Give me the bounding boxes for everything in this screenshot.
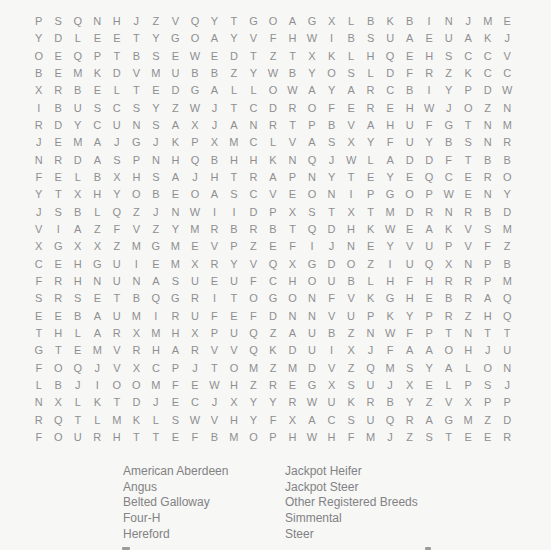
grid-cell[interactable]: B: [497, 255, 517, 272]
grid-cell[interactable]: Y: [302, 65, 322, 82]
grid-cell[interactable]: V: [244, 30, 264, 47]
grid-cell[interactable]: Y: [419, 359, 439, 376]
grid-cell[interactable]: M: [146, 325, 166, 342]
grid-cell[interactable]: I: [380, 255, 400, 272]
grid-cell[interactable]: B: [205, 65, 225, 82]
grid-cell[interactable]: I: [146, 307, 166, 324]
grid-cell[interactable]: O: [185, 186, 205, 203]
grid-cell[interactable]: J: [478, 342, 498, 359]
grid-cell[interactable]: Q: [68, 13, 88, 30]
grid-cell[interactable]: B: [49, 100, 69, 117]
grid-cell[interactable]: S: [166, 273, 186, 290]
grid-cell[interactable]: Z: [341, 359, 361, 376]
grid-cell[interactable]: M: [107, 411, 127, 428]
grid-cell[interactable]: J: [146, 394, 166, 411]
grid-cell[interactable]: B: [205, 429, 225, 446]
grid-cell[interactable]: E: [341, 100, 361, 117]
grid-cell[interactable]: I: [322, 30, 342, 47]
grid-cell[interactable]: Y: [244, 394, 264, 411]
grid-cell[interactable]: H: [283, 273, 303, 290]
grid-cell[interactable]: Y: [244, 65, 264, 82]
grid-cell[interactable]: S: [49, 204, 69, 221]
grid-cell[interactable]: K: [263, 152, 283, 169]
grid-cell[interactable]: K: [361, 290, 381, 307]
grid-cell[interactable]: J: [146, 204, 166, 221]
grid-cell[interactable]: U: [302, 325, 322, 342]
grid-cell[interactable]: N: [88, 13, 108, 30]
grid-cell[interactable]: E: [419, 30, 439, 47]
grid-cell[interactable]: O: [263, 82, 283, 99]
grid-cell[interactable]: R: [88, 429, 108, 446]
grid-cell[interactable]: R: [49, 82, 69, 99]
grid-cell[interactable]: X: [107, 169, 127, 186]
grid-cell[interactable]: V: [244, 255, 264, 272]
grid-cell[interactable]: T: [127, 82, 147, 99]
grid-cell[interactable]: L: [361, 65, 381, 82]
grid-cell[interactable]: F: [341, 429, 361, 446]
grid-cell[interactable]: Y: [29, 186, 49, 203]
grid-cell[interactable]: T: [224, 13, 244, 30]
grid-cell[interactable]: O: [49, 359, 69, 376]
grid-cell[interactable]: J: [322, 238, 342, 255]
grid-cell[interactable]: C: [185, 394, 205, 411]
grid-cell[interactable]: M: [244, 359, 264, 376]
grid-cell[interactable]: N: [127, 117, 147, 134]
grid-cell[interactable]: S: [107, 152, 127, 169]
grid-cell[interactable]: N: [29, 394, 49, 411]
grid-cell[interactable]: G: [302, 377, 322, 394]
grid-cell[interactable]: D: [322, 221, 342, 238]
grid-cell[interactable]: O: [224, 359, 244, 376]
grid-cell[interactable]: X: [341, 134, 361, 151]
grid-cell[interactable]: U: [166, 65, 186, 82]
grid-cell[interactable]: W: [341, 152, 361, 169]
grid-cell[interactable]: E: [361, 238, 381, 255]
grid-cell[interactable]: L: [341, 48, 361, 65]
grid-cell[interactable]: Y: [244, 411, 264, 428]
grid-cell[interactable]: H: [88, 186, 108, 203]
grid-cell[interactable]: N: [497, 100, 517, 117]
grid-cell[interactable]: S: [458, 134, 478, 151]
grid-cell[interactable]: L: [68, 169, 88, 186]
grid-cell[interactable]: M: [478, 13, 498, 30]
grid-cell[interactable]: K: [439, 221, 459, 238]
grid-cell[interactable]: K: [322, 48, 342, 65]
grid-cell[interactable]: X: [283, 204, 303, 221]
grid-cell[interactable]: J: [29, 134, 49, 151]
grid-cell[interactable]: I: [49, 221, 69, 238]
grid-cell[interactable]: F: [29, 429, 49, 446]
grid-cell[interactable]: E: [263, 238, 283, 255]
grid-cell[interactable]: U: [361, 377, 381, 394]
grid-cell[interactable]: Y: [68, 117, 88, 134]
grid-cell[interactable]: A: [478, 290, 498, 307]
grid-cell[interactable]: Q: [419, 255, 439, 272]
grid-cell[interactable]: R: [205, 221, 225, 238]
grid-cell[interactable]: X: [185, 255, 205, 272]
grid-cell[interactable]: Y: [146, 100, 166, 117]
grid-cell[interactable]: X: [68, 186, 88, 203]
grid-cell[interactable]: O: [302, 186, 322, 203]
grid-cell[interactable]: B: [322, 117, 342, 134]
grid-cell[interactable]: V: [107, 359, 127, 376]
grid-cell[interactable]: F: [244, 307, 264, 324]
grid-cell[interactable]: A: [283, 13, 303, 30]
grid-cell[interactable]: G: [263, 290, 283, 307]
grid-cell[interactable]: R: [458, 273, 478, 290]
grid-cell[interactable]: E: [68, 342, 88, 359]
grid-cell[interactable]: W: [302, 429, 322, 446]
grid-cell[interactable]: C: [107, 100, 127, 117]
grid-cell[interactable]: V: [205, 411, 225, 428]
grid-cell[interactable]: W: [185, 411, 205, 428]
grid-cell[interactable]: H: [224, 377, 244, 394]
grid-cell[interactable]: O: [458, 100, 478, 117]
grid-cell[interactable]: E: [166, 429, 186, 446]
grid-cell[interactable]: N: [146, 152, 166, 169]
grid-cell[interactable]: S: [166, 411, 186, 428]
grid-cell[interactable]: O: [127, 186, 147, 203]
grid-cell[interactable]: H: [68, 255, 88, 272]
grid-cell[interactable]: F: [322, 290, 342, 307]
grid-cell[interactable]: V: [341, 290, 361, 307]
grid-cell[interactable]: W: [380, 221, 400, 238]
grid-cell[interactable]: L: [68, 325, 88, 342]
grid-cell[interactable]: R: [439, 307, 459, 324]
grid-cell[interactable]: B: [263, 221, 283, 238]
grid-cell[interactable]: P: [497, 394, 517, 411]
grid-cell[interactable]: A: [439, 359, 459, 376]
grid-cell[interactable]: P: [458, 377, 478, 394]
grid-cell[interactable]: C: [458, 48, 478, 65]
grid-cell[interactable]: S: [419, 429, 439, 446]
grid-cell[interactable]: N: [244, 117, 264, 134]
grid-cell[interactable]: M: [458, 411, 478, 428]
grid-cell[interactable]: V: [107, 342, 127, 359]
grid-cell[interactable]: P: [302, 117, 322, 134]
grid-cell[interactable]: C: [88, 117, 108, 134]
grid-cell[interactable]: H: [205, 169, 225, 186]
grid-cell[interactable]: E: [146, 255, 166, 272]
grid-cell[interactable]: Q: [361, 359, 381, 376]
grid-cell[interactable]: R: [458, 290, 478, 307]
grid-cell[interactable]: S: [361, 30, 381, 47]
grid-cell[interactable]: N: [341, 238, 361, 255]
grid-cell[interactable]: D: [127, 394, 147, 411]
grid-cell[interactable]: O: [107, 377, 127, 394]
grid-cell[interactable]: Z: [439, 65, 459, 82]
grid-cell[interactable]: Q: [68, 48, 88, 65]
grid-cell[interactable]: A: [419, 411, 439, 428]
grid-cell[interactable]: X: [49, 394, 69, 411]
grid-cell[interactable]: P: [478, 255, 498, 272]
grid-cell[interactable]: A: [224, 117, 244, 134]
grid-cell[interactable]: O: [29, 48, 49, 65]
grid-cell[interactable]: O: [439, 342, 459, 359]
grid-cell[interactable]: T: [322, 204, 342, 221]
grid-cell[interactable]: L: [361, 152, 381, 169]
grid-cell[interactable]: K: [88, 394, 108, 411]
grid-cell[interactable]: V: [127, 65, 147, 82]
grid-cell[interactable]: O: [127, 377, 147, 394]
grid-cell[interactable]: T: [478, 325, 498, 342]
grid-cell[interactable]: R: [263, 377, 283, 394]
grid-cell[interactable]: A: [419, 221, 439, 238]
grid-cell[interactable]: E: [380, 100, 400, 117]
grid-cell[interactable]: U: [107, 307, 127, 324]
grid-cell[interactable]: B: [341, 30, 361, 47]
grid-cell[interactable]: G: [185, 82, 205, 99]
grid-cell[interactable]: L: [263, 134, 283, 151]
grid-cell[interactable]: V: [322, 359, 342, 376]
grid-cell[interactable]: Z: [341, 325, 361, 342]
grid-cell[interactable]: N: [88, 273, 108, 290]
grid-cell[interactable]: Q: [185, 13, 205, 30]
grid-cell[interactable]: G: [302, 255, 322, 272]
grid-cell[interactable]: T: [29, 325, 49, 342]
grid-cell[interactable]: R: [185, 290, 205, 307]
grid-cell[interactable]: E: [88, 30, 108, 47]
grid-cell[interactable]: Z: [478, 100, 498, 117]
grid-cell[interactable]: D: [283, 342, 303, 359]
grid-cell[interactable]: T: [458, 152, 478, 169]
grid-cell[interactable]: D: [497, 204, 517, 221]
grid-cell[interactable]: P: [419, 186, 439, 203]
grid-cell[interactable]: J: [146, 134, 166, 151]
grid-cell[interactable]: I: [302, 238, 322, 255]
grid-cell[interactable]: F: [322, 100, 342, 117]
grid-cell[interactable]: R: [263, 117, 283, 134]
grid-cell[interactable]: N: [458, 325, 478, 342]
grid-cell[interactable]: B: [29, 65, 49, 82]
grid-cell[interactable]: V: [400, 238, 420, 255]
grid-cell[interactable]: E: [49, 169, 69, 186]
grid-cell[interactable]: J: [185, 169, 205, 186]
grid-cell[interactable]: J: [205, 117, 225, 134]
grid-cell[interactable]: R: [29, 117, 49, 134]
grid-cell[interactable]: E: [458, 186, 478, 203]
grid-cell[interactable]: H: [49, 325, 69, 342]
grid-cell[interactable]: B: [68, 204, 88, 221]
grid-cell[interactable]: T: [127, 429, 147, 446]
grid-cell[interactable]: T: [107, 394, 127, 411]
grid-cell[interactable]: U: [185, 273, 205, 290]
grid-cell[interactable]: I: [29, 100, 49, 117]
grid-cell[interactable]: I: [88, 377, 108, 394]
grid-cell[interactable]: F: [185, 429, 205, 446]
grid-cell[interactable]: N: [439, 13, 459, 30]
grid-cell[interactable]: T: [224, 169, 244, 186]
grid-cell[interactable]: Q: [49, 411, 69, 428]
grid-cell[interactable]: Z: [497, 238, 517, 255]
grid-cell[interactable]: X: [322, 13, 342, 30]
grid-cell[interactable]: M: [127, 307, 147, 324]
grid-cell[interactable]: S: [68, 290, 88, 307]
grid-cell[interactable]: Y: [322, 82, 342, 99]
grid-cell[interactable]: B: [497, 152, 517, 169]
grid-cell[interactable]: A: [341, 82, 361, 99]
grid-cell[interactable]: U: [419, 238, 439, 255]
grid-cell[interactable]: Y: [322, 169, 342, 186]
grid-cell[interactable]: U: [400, 134, 420, 151]
grid-cell[interactable]: F: [29, 169, 49, 186]
grid-cell[interactable]: Q: [497, 290, 517, 307]
grid-cell[interactable]: E: [283, 186, 303, 203]
grid-cell[interactable]: S: [439, 48, 459, 65]
grid-cell[interactable]: Y: [497, 186, 517, 203]
grid-cell[interactable]: H: [107, 13, 127, 30]
grid-cell[interactable]: Z: [400, 429, 420, 446]
grid-cell[interactable]: E: [458, 429, 478, 446]
grid-cell[interactable]: A: [88, 134, 108, 151]
grid-cell[interactable]: E: [88, 82, 108, 99]
grid-cell[interactable]: U: [322, 394, 342, 411]
grid-cell[interactable]: X: [283, 411, 303, 428]
grid-cell[interactable]: U: [107, 273, 127, 290]
grid-cell[interactable]: J: [361, 342, 381, 359]
grid-cell[interactable]: B: [88, 169, 108, 186]
grid-cell[interactable]: L: [88, 411, 108, 428]
grid-cell[interactable]: D: [107, 65, 127, 82]
grid-cell[interactable]: W: [283, 82, 303, 99]
grid-cell[interactable]: O: [263, 13, 283, 30]
grid-cell[interactable]: D: [400, 152, 420, 169]
grid-cell[interactable]: Z: [224, 65, 244, 82]
grid-cell[interactable]: X: [185, 117, 205, 134]
grid-cell[interactable]: H: [341, 221, 361, 238]
grid-cell[interactable]: I: [419, 82, 439, 99]
grid-cell[interactable]: V: [458, 238, 478, 255]
grid-cell[interactable]: H: [283, 30, 303, 47]
grid-cell[interactable]: G: [244, 13, 264, 30]
grid-cell[interactable]: E: [146, 82, 166, 99]
grid-cell[interactable]: T: [49, 342, 69, 359]
grid-cell[interactable]: Z: [244, 377, 264, 394]
grid-cell[interactable]: F: [400, 65, 420, 82]
grid-cell[interactable]: Z: [361, 255, 381, 272]
grid-cell[interactable]: K: [478, 30, 498, 47]
grid-cell[interactable]: T: [283, 48, 303, 65]
grid-cell[interactable]: N: [322, 186, 342, 203]
grid-cell[interactable]: O: [322, 65, 342, 82]
grid-cell[interactable]: G: [380, 186, 400, 203]
grid-cell[interactable]: X: [322, 377, 342, 394]
grid-cell[interactable]: S: [302, 204, 322, 221]
grid-cell[interactable]: H: [166, 325, 186, 342]
grid-cell[interactable]: X: [127, 359, 147, 376]
grid-cell[interactable]: X: [439, 255, 459, 272]
grid-cell[interactable]: R: [205, 255, 225, 272]
grid-cell[interactable]: D: [322, 255, 342, 272]
grid-cell[interactable]: Q: [185, 152, 205, 169]
grid-cell[interactable]: R: [478, 169, 498, 186]
grid-cell[interactable]: F: [244, 273, 264, 290]
grid-cell[interactable]: H: [68, 273, 88, 290]
grid-cell[interactable]: K: [341, 394, 361, 411]
grid-cell[interactable]: V: [127, 221, 147, 238]
grid-cell[interactable]: M: [166, 238, 186, 255]
grid-cell[interactable]: E: [478, 429, 498, 446]
grid-cell[interactable]: E: [49, 307, 69, 324]
grid-cell[interactable]: E: [185, 377, 205, 394]
grid-cell[interactable]: S: [341, 65, 361, 82]
grid-cell[interactable]: W: [419, 100, 439, 117]
grid-cell[interactable]: A: [88, 152, 108, 169]
grid-cell[interactable]: E: [166, 186, 186, 203]
grid-cell[interactable]: P: [127, 152, 147, 169]
grid-cell[interactable]: Y: [380, 238, 400, 255]
grid-cell[interactable]: E: [419, 377, 439, 394]
grid-cell[interactable]: N: [283, 307, 303, 324]
grid-cell[interactable]: I: [341, 186, 361, 203]
grid-cell[interactable]: F: [29, 273, 49, 290]
grid-cell[interactable]: J: [107, 134, 127, 151]
grid-cell[interactable]: R: [497, 429, 517, 446]
grid-cell[interactable]: I: [322, 342, 342, 359]
grid-cell[interactable]: F: [439, 152, 459, 169]
grid-cell[interactable]: D: [224, 48, 244, 65]
grid-cell[interactable]: F: [283, 238, 303, 255]
grid-cell[interactable]: R: [458, 204, 478, 221]
grid-cell[interactable]: L: [29, 377, 49, 394]
grid-cell[interactable]: Y: [361, 134, 381, 151]
grid-cell[interactable]: X: [341, 342, 361, 359]
grid-cell[interactable]: A: [380, 152, 400, 169]
grid-cell[interactable]: A: [205, 82, 225, 99]
grid-cell[interactable]: X: [185, 325, 205, 342]
grid-cell[interactable]: P: [439, 238, 459, 255]
grid-cell[interactable]: L: [68, 30, 88, 47]
grid-cell[interactable]: E: [88, 290, 108, 307]
grid-cell[interactable]: X: [29, 82, 49, 99]
grid-cell[interactable]: K: [361, 221, 381, 238]
grid-cell[interactable]: Y: [107, 186, 127, 203]
grid-cell[interactable]: M: [88, 342, 108, 359]
grid-cell[interactable]: B: [322, 325, 342, 342]
grid-cell[interactable]: Y: [419, 134, 439, 151]
grid-cell[interactable]: T: [341, 169, 361, 186]
grid-cell[interactable]: V: [497, 48, 517, 65]
grid-cell[interactable]: R: [361, 82, 381, 99]
grid-cell[interactable]: E: [497, 13, 517, 30]
grid-cell[interactable]: T: [107, 48, 127, 65]
grid-cell[interactable]: R: [29, 411, 49, 428]
grid-cell[interactable]: X: [224, 394, 244, 411]
grid-cell[interactable]: V: [439, 394, 459, 411]
grid-cell[interactable]: Z: [263, 359, 283, 376]
grid-cell[interactable]: Q: [380, 411, 400, 428]
grid-cell[interactable]: E: [49, 48, 69, 65]
grid-cell[interactable]: J: [322, 152, 342, 169]
grid-cell[interactable]: K: [458, 65, 478, 82]
grid-cell[interactable]: E: [224, 307, 244, 324]
grid-cell[interactable]: B: [400, 13, 420, 30]
grid-cell[interactable]: F: [29, 359, 49, 376]
grid-cell[interactable]: E: [283, 377, 303, 394]
grid-cell[interactable]: M: [185, 221, 205, 238]
grid-cell[interactable]: E: [107, 30, 127, 47]
grid-cell[interactable]: R: [400, 411, 420, 428]
grid-cell[interactable]: T: [283, 117, 303, 134]
grid-cell[interactable]: T: [439, 325, 459, 342]
grid-cell[interactable]: R: [497, 134, 517, 151]
grid-cell[interactable]: T: [283, 221, 303, 238]
grid-cell[interactable]: U: [439, 30, 459, 47]
grid-cell[interactable]: Q: [263, 255, 283, 272]
grid-cell[interactable]: T: [244, 48, 264, 65]
grid-cell[interactable]: N: [302, 307, 322, 324]
grid-cell[interactable]: H: [458, 342, 478, 359]
